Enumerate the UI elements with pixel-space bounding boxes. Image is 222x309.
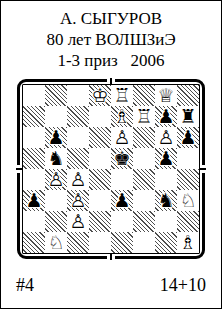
black-pawn: ♟♟ <box>111 190 133 211</box>
frame-tick-right <box>198 168 206 170</box>
square-d7 <box>89 106 111 127</box>
black-rook: ♜♜ <box>177 106 199 127</box>
square-e2 <box>111 211 133 232</box>
square-c4: ♟♙ <box>67 169 89 190</box>
black-pawn: ♟♟ <box>155 148 177 169</box>
square-b6: ♟♟ <box>45 127 67 148</box>
square-d3 <box>89 190 111 211</box>
square-e6: ♟♙ <box>111 127 133 148</box>
square-d8: ♚♔ <box>89 85 111 106</box>
chessboard: ♚♔♜♖♛♕♝♗♜♖♟♟♜♜♟♟♟♙♟♙♟♟♞♞♚♚♟♟♟♙♟♙♟♟♟♙♟♟♞♞… <box>23 85 199 253</box>
square-c3: ♟♙ <box>67 190 89 211</box>
black-knight: ♞♞ <box>45 148 67 169</box>
square-a4 <box>23 169 45 190</box>
square-f4 <box>133 169 155 190</box>
square-g8: ♛♕ <box>155 85 177 106</box>
black-knight: ♞♞ <box>155 190 177 211</box>
board-frame: ♚♔♜♖♛♕♝♗♜♖♟♟♜♜♟♟♟♙♟♙♟♟♞♞♚♚♟♟♟♙♟♙♟♟♟♙♟♟♞♞… <box>17 79 205 259</box>
square-e5: ♚♚ <box>111 148 133 169</box>
square-e7: ♝♗ <box>111 106 133 127</box>
white-knight: ♞♘ <box>45 232 67 253</box>
square-g5: ♟♟ <box>155 148 177 169</box>
square-h4 <box>177 169 199 190</box>
square-c6 <box>67 127 89 148</box>
white-queen: ♛♕ <box>155 85 177 106</box>
white-pawn: ♟♙ <box>67 169 89 190</box>
square-f8 <box>133 85 155 106</box>
square-h5 <box>177 148 199 169</box>
board-border: ♚♔♜♖♛♕♝♗♜♖♟♟♜♜♟♟♟♙♟♙♟♟♞♞♚♚♟♟♟♙♟♙♟♟♟♙♟♟♞♞… <box>22 84 200 254</box>
square-f2 <box>133 211 155 232</box>
white-bishop: ♝♗ <box>177 232 199 253</box>
square-g1 <box>155 232 177 253</box>
problem-card: А. СЫГУРОВ 80 лет ВОЛШЗиЭ 1-3 приз 2006 … <box>0 0 222 309</box>
black-pawn: ♟♟ <box>23 190 45 211</box>
square-a6 <box>23 127 45 148</box>
white-rook: ♜♖ <box>111 85 133 106</box>
square-a7 <box>23 106 45 127</box>
square-h7: ♜♜ <box>177 106 199 127</box>
square-g6: ♟♙ <box>155 127 177 148</box>
square-b1: ♞♘ <box>45 232 67 253</box>
white-pawn: ♟♙ <box>111 127 133 148</box>
square-a3: ♟♟ <box>23 190 45 211</box>
square-c8 <box>67 85 89 106</box>
square-b5: ♞♞ <box>45 148 67 169</box>
white-bishop: ♝♗ <box>111 106 133 127</box>
square-b3 <box>45 190 67 211</box>
header: А. СЫГУРОВ 80 лет ВОЛШЗиЭ 1-3 приз 2006 <box>1 1 221 71</box>
event-line: 80 лет ВОЛШЗиЭ <box>1 29 221 50</box>
square-b7 <box>45 106 67 127</box>
square-a5 <box>23 148 45 169</box>
award-line: 1-3 приз 2006 <box>1 50 221 71</box>
square-g7: ♟♟ <box>155 106 177 127</box>
author-line: А. СЫГУРОВ <box>1 8 221 29</box>
square-d6 <box>89 127 111 148</box>
white-king: ♚♔ <box>89 85 111 106</box>
board-area: ♚♔♜♖♛♕♝♗♜♖♟♟♜♜♟♟♟♙♟♙♟♟♞♞♚♚♟♟♟♙♟♙♟♟♟♙♟♟♞♞… <box>17 79 205 259</box>
black-king: ♚♚ <box>111 148 133 169</box>
square-f6 <box>133 127 155 148</box>
square-g3: ♞♞ <box>155 190 177 211</box>
square-d1 <box>89 232 111 253</box>
square-h2 <box>177 211 199 232</box>
square-f3 <box>133 190 155 211</box>
square-d2 <box>89 211 111 232</box>
square-d5 <box>89 148 111 169</box>
black-pawn: ♟♟ <box>177 127 199 148</box>
square-c2: ♟♙ <box>67 211 89 232</box>
square-h8 <box>177 85 199 106</box>
square-f7: ♜♖ <box>133 106 155 127</box>
square-c7 <box>67 106 89 127</box>
square-b2 <box>45 211 67 232</box>
square-e8: ♜♖ <box>111 85 133 106</box>
material-count: 14+10 <box>160 275 206 296</box>
square-h6: ♟♟ <box>177 127 199 148</box>
square-h1: ♝♗ <box>177 232 199 253</box>
square-e4 <box>111 169 133 190</box>
square-b8 <box>45 85 67 106</box>
square-b4: ♟♙ <box>45 169 67 190</box>
square-e3: ♟♟ <box>111 190 133 211</box>
white-knight: ♞♘ <box>177 190 199 211</box>
footer: #4 14+10 <box>1 275 221 296</box>
square-f5 <box>133 148 155 169</box>
square-d4 <box>89 169 111 190</box>
black-pawn: ♟♟ <box>155 106 177 127</box>
square-g2 <box>155 211 177 232</box>
stipulation-label: #4 <box>16 275 34 296</box>
square-c5 <box>67 148 89 169</box>
square-f1 <box>133 232 155 253</box>
white-pawn: ♟♙ <box>67 211 89 232</box>
white-rook: ♜♖ <box>133 106 155 127</box>
square-h3: ♞♘ <box>177 190 199 211</box>
white-pawn: ♟♙ <box>67 190 89 211</box>
square-g4 <box>155 169 177 190</box>
square-a1 <box>23 232 45 253</box>
white-pawn: ♟♙ <box>155 127 177 148</box>
square-c1 <box>67 232 89 253</box>
frame-tick-bottom <box>110 252 112 260</box>
white-pawn: ♟♙ <box>45 169 67 190</box>
square-a2 <box>23 211 45 232</box>
square-a8 <box>23 85 45 106</box>
black-pawn: ♟♟ <box>45 127 67 148</box>
square-e1 <box>111 232 133 253</box>
